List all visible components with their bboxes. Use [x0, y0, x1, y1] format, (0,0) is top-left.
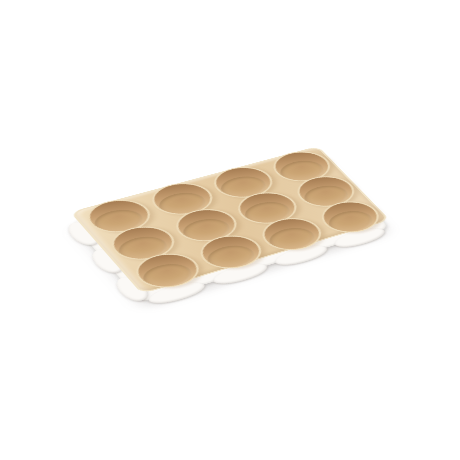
product-photo-muffin-pan	[0, 0, 460, 460]
